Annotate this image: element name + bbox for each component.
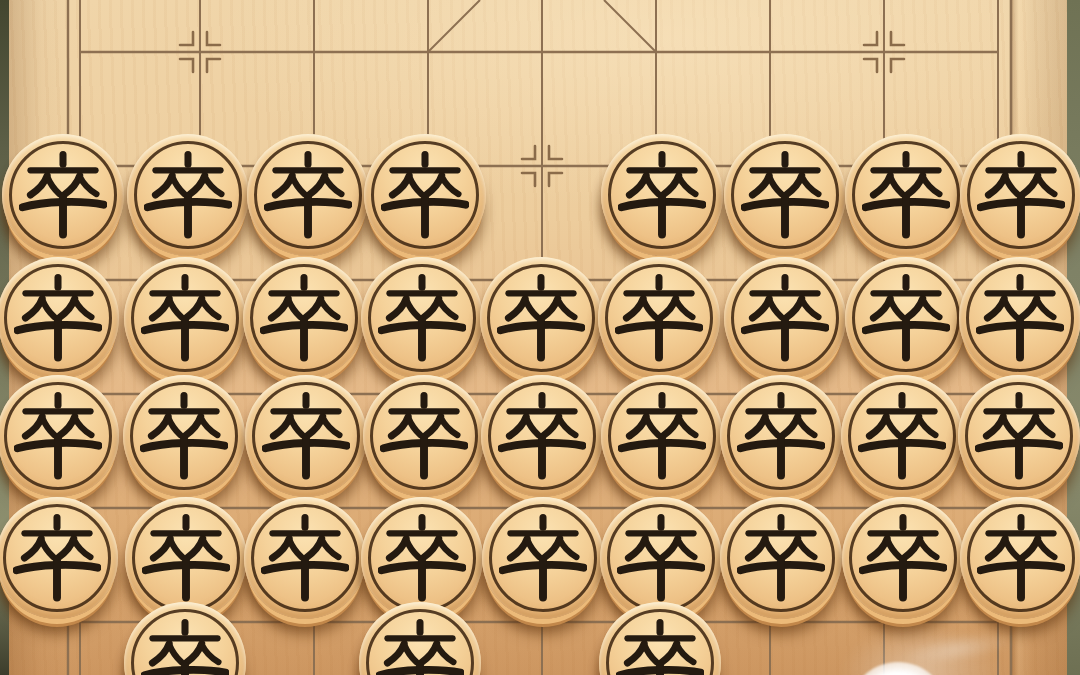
xiangqi-board-screen <box>0 0 1080 675</box>
soldier-glyph <box>14 392 102 480</box>
soldier-glyph <box>977 514 1065 602</box>
soldier-glyph <box>617 514 705 602</box>
soldier-glyph <box>264 151 352 239</box>
soldier-glyph <box>380 392 468 480</box>
black-soldier-piece[interactable] <box>720 375 842 497</box>
black-soldier-piece[interactable] <box>364 134 486 256</box>
pieces-layer <box>0 0 1080 675</box>
black-soldier-piece[interactable] <box>599 602 721 675</box>
soldier-glyph <box>618 151 706 239</box>
black-soldier-piece[interactable] <box>960 134 1080 256</box>
soldier-glyph <box>976 274 1064 362</box>
black-soldier-piece[interactable] <box>601 134 723 256</box>
black-soldier-piece[interactable] <box>0 257 119 379</box>
soldier-glyph <box>975 392 1063 480</box>
black-soldier-piece[interactable] <box>842 497 964 619</box>
black-soldier-piece[interactable] <box>123 375 245 497</box>
black-soldier-piece[interactable] <box>845 257 967 379</box>
soldier-glyph <box>498 392 586 480</box>
soldier-glyph <box>260 274 348 362</box>
black-soldier-piece[interactable] <box>363 375 485 497</box>
black-soldier-piece[interactable] <box>959 257 1080 379</box>
black-soldier-piece[interactable] <box>480 257 602 379</box>
black-soldier-piece[interactable] <box>245 375 367 497</box>
soldier-glyph <box>13 514 101 602</box>
black-soldier-piece[interactable] <box>845 134 967 256</box>
soldier-glyph <box>14 274 102 362</box>
black-soldier-piece[interactable] <box>124 257 246 379</box>
black-soldier-piece[interactable] <box>600 497 722 619</box>
black-soldier-piece[interactable] <box>361 257 483 379</box>
black-soldier-piece[interactable] <box>724 134 846 256</box>
soldier-glyph <box>859 514 947 602</box>
soldier-glyph <box>858 392 946 480</box>
black-soldier-piece[interactable] <box>598 257 720 379</box>
black-soldier-piece[interactable] <box>0 497 118 619</box>
soldier-glyph <box>499 514 587 602</box>
black-soldier-piece[interactable] <box>724 257 846 379</box>
soldier-glyph <box>141 619 229 675</box>
black-soldier-piece[interactable] <box>243 257 365 379</box>
black-soldier-piece[interactable] <box>960 497 1080 619</box>
soldier-glyph <box>262 392 350 480</box>
black-soldier-piece[interactable] <box>244 497 366 619</box>
soldier-glyph <box>497 274 585 362</box>
soldier-glyph <box>378 274 466 362</box>
soldier-glyph <box>737 392 825 480</box>
soldier-glyph <box>140 392 228 480</box>
soldier-glyph <box>737 514 825 602</box>
soldier-glyph <box>862 274 950 362</box>
black-soldier-piece[interactable] <box>2 134 124 256</box>
black-soldier-piece[interactable] <box>125 497 247 619</box>
black-soldier-piece[interactable] <box>958 375 1080 497</box>
black-soldier-piece[interactable] <box>841 375 963 497</box>
black-soldier-piece[interactable] <box>247 134 369 256</box>
black-soldier-piece[interactable] <box>601 375 723 497</box>
soldier-glyph <box>19 151 107 239</box>
soldier-glyph <box>376 619 464 675</box>
soldier-glyph <box>615 274 703 362</box>
soldier-glyph <box>378 514 466 602</box>
soldier-glyph <box>618 392 706 480</box>
soldier-glyph <box>142 514 230 602</box>
black-soldier-piece[interactable] <box>720 497 842 619</box>
soldier-glyph <box>741 151 829 239</box>
soldier-glyph <box>141 274 229 362</box>
soldier-glyph <box>862 151 950 239</box>
soldier-glyph <box>977 151 1065 239</box>
soldier-glyph <box>144 151 232 239</box>
soldier-glyph <box>381 151 469 239</box>
black-soldier-piece[interactable] <box>359 602 481 675</box>
black-soldier-piece[interactable] <box>127 134 249 256</box>
black-soldier-piece[interactable] <box>361 497 483 619</box>
black-soldier-piece[interactable] <box>0 375 119 497</box>
black-soldier-piece[interactable] <box>481 375 603 497</box>
black-soldier-piece[interactable] <box>124 602 246 675</box>
black-soldier-piece[interactable] <box>482 497 604 619</box>
soldier-glyph <box>741 274 829 362</box>
soldier-glyph <box>261 514 349 602</box>
soldier-glyph <box>616 619 704 675</box>
